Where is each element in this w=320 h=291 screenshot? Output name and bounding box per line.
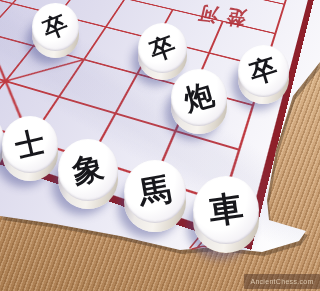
pieces-layer: 將 士 象 馬 車 炮 卒: [0, 0, 320, 291]
xiangqi-photo-stage: 楚河 將 士 象 馬 車: [0, 0, 320, 291]
piece-glyph: 炮: [164, 62, 234, 132]
piece-black-chariot[interactable]: 車: [193, 176, 259, 253]
piece-black-elephant[interactable]: 象: [58, 139, 118, 209]
piece-black-horse[interactable]: 馬: [124, 160, 186, 232]
piece-glyph: 象: [52, 133, 123, 206]
piece-glyph: 卒: [25, 0, 87, 58]
piece-black-advisor[interactable]: 士: [2, 116, 58, 181]
watermark: AncientChess.com: [244, 274, 320, 289]
piece-black-cannon[interactable]: 炮: [171, 69, 227, 134]
piece-black-soldier-3[interactable]: 卒: [238, 45, 289, 104]
piece-glyph: 卒: [232, 39, 296, 104]
piece-black-soldier-1[interactable]: 卒: [32, 3, 79, 58]
piece-glyph: 車: [189, 172, 264, 248]
piece-glyph: 馬: [119, 155, 191, 228]
